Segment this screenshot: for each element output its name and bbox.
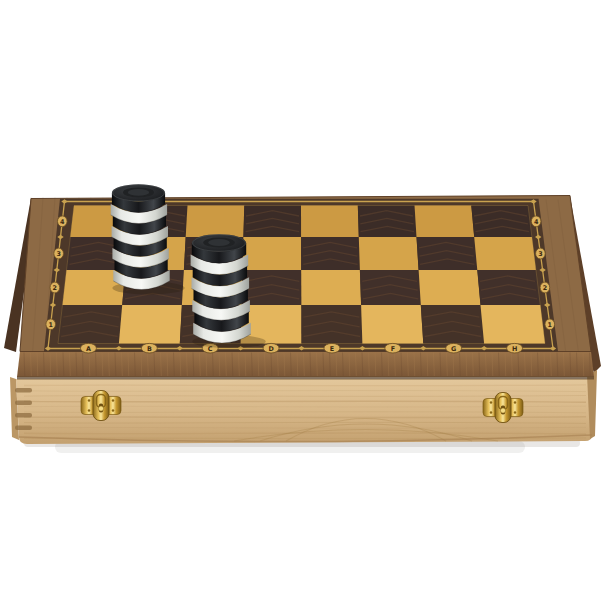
file-label-A: A: [80, 343, 96, 353]
file-label-H: H: [507, 343, 523, 353]
square-G2[interactable]: [419, 270, 481, 305]
svg-text:4: 4: [534, 218, 539, 226]
file-label-B: B: [141, 343, 157, 353]
svg-text:E: E: [330, 345, 334, 353]
file-label-E: E: [324, 343, 340, 353]
rank-label-left-1: 1: [46, 319, 56, 330]
svg-text:H: H: [512, 345, 517, 353]
square-F3[interactable]: [359, 237, 419, 270]
square-H2[interactable]: [477, 270, 540, 305]
board-lid-top: [20, 196, 591, 352]
square-D3[interactable]: [243, 237, 302, 270]
square-F1[interactable]: [361, 305, 423, 344]
rank-label-left-4: 4: [57, 216, 67, 227]
square-E1[interactable]: [301, 305, 362, 344]
square-F2[interactable]: [360, 270, 421, 305]
square-E2[interactable]: [301, 270, 361, 305]
svg-text:1: 1: [548, 321, 552, 329]
chess-box-scene: ABCDEFGH11223344: [0, 0, 610, 602]
svg-text:B: B: [147, 345, 152, 353]
rank-label-left-3: 3: [54, 248, 64, 259]
svg-text:D: D: [268, 345, 273, 353]
rank-label-right-1: 1: [545, 319, 555, 330]
square-D2[interactable]: [242, 270, 302, 305]
svg-text:A: A: [86, 345, 91, 353]
svg-text:G: G: [451, 345, 456, 353]
svg-text:2: 2: [543, 284, 547, 292]
square-B1[interactable]: [119, 305, 182, 344]
square-A1[interactable]: [58, 305, 122, 344]
square-C4[interactable]: [186, 206, 245, 238]
rank-label-right-2: 2: [540, 282, 550, 293]
svg-text:3: 3: [538, 250, 542, 258]
file-label-G: G: [446, 343, 462, 353]
svg-text:1: 1: [48, 321, 52, 329]
rank-label-right-3: 3: [536, 248, 546, 259]
svg-text:F: F: [391, 345, 395, 353]
svg-text:4: 4: [60, 218, 65, 226]
svg-text:3: 3: [56, 250, 60, 258]
square-G4[interactable]: [415, 206, 475, 238]
svg-text:2: 2: [53, 284, 57, 292]
file-label-F: F: [385, 343, 401, 353]
square-H3[interactable]: [474, 237, 536, 270]
photo-stage: ABCDEFGH11223344: [0, 0, 610, 602]
square-G1[interactable]: [421, 305, 484, 344]
square-H1[interactable]: [481, 305, 546, 344]
square-E4[interactable]: [301, 206, 359, 238]
rank-label-left-2: 2: [50, 282, 60, 293]
file-label-D: D: [263, 343, 279, 353]
lid-front-face: [17, 352, 594, 380]
rank-label-right-4: 4: [531, 216, 541, 227]
